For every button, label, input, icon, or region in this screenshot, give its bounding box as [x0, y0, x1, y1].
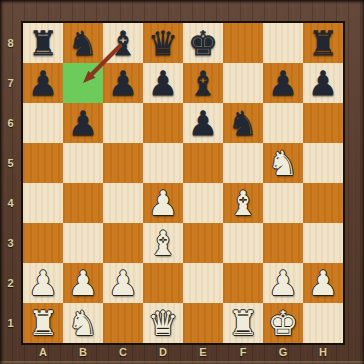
square-b4[interactable]: [63, 183, 103, 223]
rank-label-3: 3: [0, 223, 21, 263]
square-d5[interactable]: [143, 143, 183, 183]
file-label-f: F: [223, 344, 263, 363]
file-labels: ABCDEFGH: [23, 344, 343, 363]
square-c1[interactable]: [103, 303, 143, 343]
piece-white-bishop[interactable]: ♝: [228, 183, 258, 223]
piece-black-pawn[interactable]: ♟: [108, 63, 138, 103]
square-a6[interactable]: [23, 103, 63, 143]
rank-label-8: 8: [0, 23, 21, 63]
piece-black-rook[interactable]: ♜: [308, 23, 338, 63]
piece-white-pawn[interactable]: ♟: [308, 263, 338, 303]
rank-label-4: 4: [0, 183, 21, 223]
square-g7[interactable]: ♟: [263, 63, 303, 103]
rank-label-1: 1: [0, 303, 21, 343]
piece-black-bishop[interactable]: ♝: [108, 23, 138, 63]
square-a8[interactable]: ♜: [23, 23, 63, 63]
square-b8[interactable]: ♞: [63, 23, 103, 63]
square-d4[interactable]: ♟: [143, 183, 183, 223]
square-f7[interactable]: [223, 63, 263, 103]
piece-black-pawn[interactable]: ♟: [268, 63, 298, 103]
square-f8[interactable]: [223, 23, 263, 63]
piece-black-rook[interactable]: ♜: [28, 23, 58, 63]
square-b6[interactable]: ♟: [63, 103, 103, 143]
square-d6[interactable]: [143, 103, 183, 143]
square-f3[interactable]: [223, 223, 263, 263]
square-e2[interactable]: [183, 263, 223, 303]
piece-black-bishop[interactable]: ♝: [188, 63, 218, 103]
square-g2[interactable]: ♟: [263, 263, 303, 303]
piece-white-knight[interactable]: ♞: [268, 143, 298, 183]
square-a2[interactable]: ♟: [23, 263, 63, 303]
file-label-b: B: [63, 344, 103, 363]
square-c6[interactable]: [103, 103, 143, 143]
square-e8[interactable]: ♚: [183, 23, 223, 63]
square-b3[interactable]: [63, 223, 103, 263]
square-h5[interactable]: [303, 143, 343, 183]
square-d7[interactable]: ♟: [143, 63, 183, 103]
square-e6[interactable]: ♟: [183, 103, 223, 143]
square-e7[interactable]: ♝: [183, 63, 223, 103]
square-b1[interactable]: ♞: [63, 303, 103, 343]
piece-black-knight[interactable]: ♞: [228, 103, 258, 143]
piece-black-knight[interactable]: ♞: [68, 23, 98, 63]
piece-black-pawn[interactable]: ♟: [28, 63, 58, 103]
square-d3[interactable]: ♝: [143, 223, 183, 263]
rank-label-5: 5: [0, 143, 21, 183]
square-g5[interactable]: ♞: [263, 143, 303, 183]
square-a5[interactable]: [23, 143, 63, 183]
square-f5[interactable]: [223, 143, 263, 183]
square-g3[interactable]: [263, 223, 303, 263]
piece-black-king[interactable]: ♚: [188, 23, 218, 63]
file-label-g: G: [263, 344, 303, 363]
piece-black-pawn[interactable]: ♟: [148, 63, 178, 103]
square-h3[interactable]: [303, 223, 343, 263]
piece-white-rook[interactable]: ♜: [228, 303, 258, 343]
square-g8[interactable]: [263, 23, 303, 63]
square-a1[interactable]: ♜: [23, 303, 63, 343]
square-c8[interactable]: ♝: [103, 23, 143, 63]
file-label-h: H: [303, 344, 343, 363]
square-c2[interactable]: ♟: [103, 263, 143, 303]
piece-white-rook[interactable]: ♜: [28, 303, 58, 343]
piece-black-pawn[interactable]: ♟: [308, 63, 338, 103]
piece-black-pawn[interactable]: ♟: [188, 103, 218, 143]
square-a4[interactable]: [23, 183, 63, 223]
square-d2[interactable]: [143, 263, 183, 303]
square-f6[interactable]: ♞: [223, 103, 263, 143]
square-d8[interactable]: ♛: [143, 23, 183, 63]
square-g6[interactable]: [263, 103, 303, 143]
square-e3[interactable]: [183, 223, 223, 263]
square-f1[interactable]: ♜: [223, 303, 263, 343]
square-d1[interactable]: ♛: [143, 303, 183, 343]
file-label-e: E: [183, 344, 223, 363]
piece-white-pawn[interactable]: ♟: [148, 183, 178, 223]
piece-white-pawn[interactable]: ♟: [108, 263, 138, 303]
square-h2[interactable]: ♟: [303, 263, 343, 303]
piece-black-pawn[interactable]: ♟: [68, 103, 98, 143]
file-label-d: D: [143, 344, 183, 363]
piece-white-king[interactable]: ♚: [268, 303, 298, 343]
square-c3[interactable]: [103, 223, 143, 263]
square-f4[interactable]: ♝: [223, 183, 263, 223]
square-c5[interactable]: [103, 143, 143, 183]
square-h8[interactable]: ♜: [303, 23, 343, 63]
rank-labels: 87654321: [0, 23, 21, 343]
square-g4[interactable]: [263, 183, 303, 223]
square-e1[interactable]: [183, 303, 223, 343]
square-h7[interactable]: ♟: [303, 63, 343, 103]
square-h4[interactable]: [303, 183, 343, 223]
square-e5[interactable]: [183, 143, 223, 183]
piece-white-pawn[interactable]: ♟: [28, 263, 58, 303]
square-a7[interactable]: ♟: [23, 63, 63, 103]
square-h1[interactable]: [303, 303, 343, 343]
square-h6[interactable]: [303, 103, 343, 143]
piece-white-queen[interactable]: ♛: [148, 303, 178, 343]
rank-label-6: 6: [0, 103, 21, 143]
square-g1[interactable]: ♚: [263, 303, 303, 343]
piece-white-knight[interactable]: ♞: [68, 303, 98, 343]
piece-white-bishop[interactable]: ♝: [148, 223, 178, 263]
square-b7[interactable]: [63, 63, 103, 103]
board-frame: 87654321 ♜♞♝♛♚♜♟♟♟♝♟♟♟♟♞♞♟♝♝♟♟♟♟♟♜♞♛♜♚ A…: [0, 0, 364, 364]
piece-white-pawn[interactable]: ♟: [68, 263, 98, 303]
chess-board: ♜♞♝♛♚♜♟♟♟♝♟♟♟♟♞♞♟♝♝♟♟♟♟♟♜♞♛♜♚: [21, 21, 345, 345]
square-f2[interactable]: [223, 263, 263, 303]
square-c7[interactable]: ♟: [103, 63, 143, 103]
square-c4[interactable]: [103, 183, 143, 223]
file-label-c: C: [103, 344, 143, 363]
square-b2[interactable]: ♟: [63, 263, 103, 303]
square-b5[interactable]: [63, 143, 103, 183]
file-label-a: A: [23, 344, 63, 363]
rank-label-2: 2: [0, 263, 21, 303]
piece-white-pawn[interactable]: ♟: [268, 263, 298, 303]
square-a3[interactable]: [23, 223, 63, 263]
square-e4[interactable]: [183, 183, 223, 223]
piece-black-queen[interactable]: ♛: [148, 23, 178, 63]
rank-label-7: 7: [0, 63, 21, 103]
